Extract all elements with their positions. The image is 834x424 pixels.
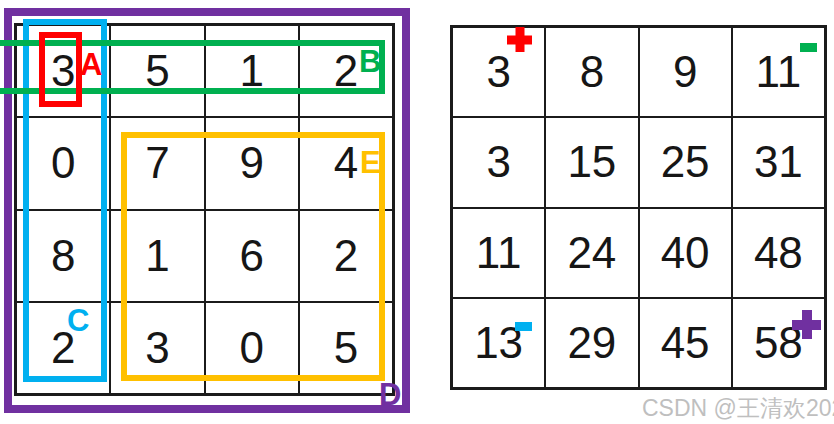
prefix-sum-grid: 3891131525311124404813294558	[450, 25, 827, 390]
cell-r2c1: 1	[110, 210, 204, 302]
cell-r2c2: 40	[639, 208, 732, 298]
cell-r1c2: 25	[639, 117, 732, 207]
cell-r2c0: 11	[452, 208, 545, 298]
cell-r2c2: 6	[205, 210, 299, 302]
cell-r3c1: 3	[110, 302, 204, 394]
cell-r3c0: 13	[452, 298, 545, 388]
cell-r0c0: 3	[16, 25, 110, 117]
cell-r0c3: 11	[732, 27, 825, 117]
cell-r2c0: 8	[16, 210, 110, 302]
cell-r1c1: 15	[545, 117, 638, 207]
cell-r1c0: 0	[16, 117, 110, 209]
cell-r3c2: 0	[205, 302, 299, 394]
cell-r1c2: 9	[205, 117, 299, 209]
watermark: CSDN @王清欢2020	[642, 397, 834, 420]
cell-r1c1: 7	[110, 117, 204, 209]
cell-r0c2: 1	[205, 25, 299, 117]
cell-r1c3: 4	[299, 117, 393, 209]
source-grid: 3512079481622305	[14, 23, 395, 396]
cell-r1c0: 3	[452, 117, 545, 207]
cell-r3c3: 5	[299, 302, 393, 394]
cell-r0c2: 9	[639, 27, 732, 117]
cell-r0c0: 3	[452, 27, 545, 117]
prefix-sum-diagram: 3512079481622305 A B C D E 3891131525311…	[0, 0, 834, 424]
cell-r2c3: 48	[732, 208, 825, 298]
cell-r2c3: 2	[299, 210, 393, 302]
cell-r0c1: 8	[545, 27, 638, 117]
cell-r3c1: 29	[545, 298, 638, 388]
cell-r3c0: 2	[16, 302, 110, 394]
cell-r1c3: 31	[732, 117, 825, 207]
cell-r3c3: 58	[732, 298, 825, 388]
cell-r2c1: 24	[545, 208, 638, 298]
cell-r3c2: 45	[639, 298, 732, 388]
cell-r0c3: 2	[299, 25, 393, 117]
cell-r0c1: 5	[110, 25, 204, 117]
